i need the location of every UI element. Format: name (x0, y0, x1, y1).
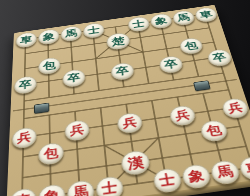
photo-background: 車象馬士士象馬車楚包包卒卒卒卒卒兵兵兵兵兵包包漢車象馬士士象馬車 (0, 0, 250, 196)
xiangqi-board: 車象馬士士象馬車楚包包卒卒卒卒卒兵兵兵兵兵包包漢車象馬士士象馬車 (6, 5, 250, 196)
